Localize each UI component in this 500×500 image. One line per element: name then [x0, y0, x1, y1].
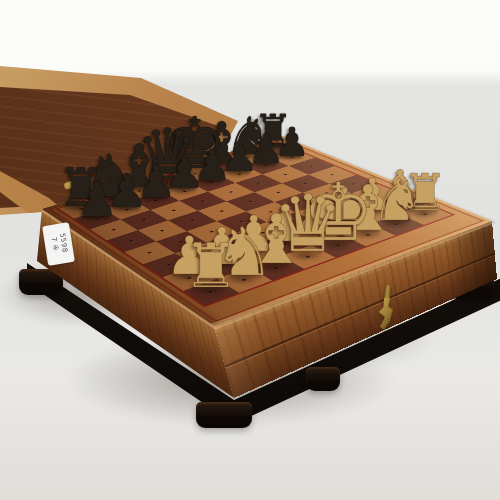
photo-backdrop: 5598 7 ④ ♜♞♝♛♚♝♞♜♟♟♟♟♟♟♟♟♟♟♟♟♟♟♟♟♜♞♝♛♚♝♞…	[0, 0, 500, 500]
sticker-text: 5598 7 ④	[48, 233, 68, 255]
plinth-foot	[306, 367, 340, 391]
plinth-foot	[196, 402, 252, 428]
